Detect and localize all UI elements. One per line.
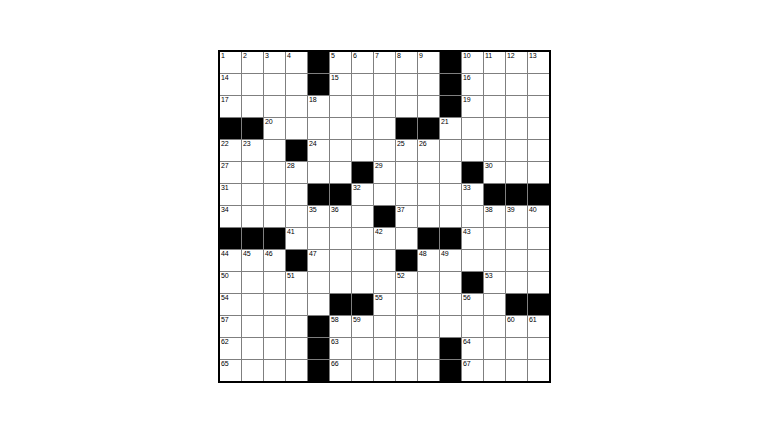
grid-cell[interactable]: 4 <box>286 52 307 73</box>
grid-cell[interactable]: 58 <box>330 316 351 337</box>
grid-cell[interactable] <box>286 360 307 381</box>
grid-cell[interactable] <box>374 74 395 95</box>
grid-cell[interactable] <box>462 206 483 227</box>
grid-cell[interactable]: 55 <box>374 294 395 315</box>
grid-cell[interactable]: 2 <box>242 52 263 73</box>
grid-cell[interactable]: 3 <box>264 52 285 73</box>
black-square <box>440 360 461 381</box>
clue-number: 24 <box>309 140 316 148</box>
grid-cell[interactable]: 37 <box>396 206 417 227</box>
grid-cell[interactable]: 8 <box>396 52 417 73</box>
black-square <box>286 140 307 161</box>
black-square <box>506 294 527 315</box>
grid-cell[interactable] <box>462 118 483 139</box>
black-square <box>462 162 483 183</box>
clue-number: 18 <box>309 96 316 104</box>
grid-cell[interactable]: 26 <box>418 140 439 161</box>
grid-cell[interactable] <box>242 184 263 205</box>
grid-cell[interactable]: 11 <box>484 52 505 73</box>
grid-cell[interactable] <box>264 140 285 161</box>
grid-cell[interactable] <box>374 118 395 139</box>
grid-cell[interactable] <box>264 74 285 95</box>
grid-cell[interactable]: 18 <box>308 96 329 117</box>
grid-cell[interactable] <box>374 272 395 293</box>
grid-cell[interactable]: 30 <box>484 162 505 183</box>
black-square <box>308 338 329 359</box>
clue-number: 22 <box>221 140 228 148</box>
clue-number: 57 <box>221 316 228 324</box>
grid-cell[interactable] <box>506 96 527 117</box>
black-square <box>418 118 439 139</box>
grid-cell[interactable]: 35 <box>308 206 329 227</box>
grid-cell[interactable]: 63 <box>330 338 351 359</box>
clue-number: 2 <box>243 52 247 60</box>
grid-cell[interactable]: 17 <box>220 96 241 117</box>
clue-number: 26 <box>419 140 426 148</box>
grid-cell[interactable]: 12 <box>506 52 527 73</box>
clue-number: 30 <box>485 162 492 170</box>
grid-cell[interactable] <box>418 338 439 359</box>
grid-cell[interactable]: 67 <box>462 360 483 381</box>
grid-cell[interactable] <box>462 316 483 337</box>
grid-cell[interactable]: 60 <box>506 316 527 337</box>
grid-cell[interactable] <box>242 360 263 381</box>
clue-number: 29 <box>375 162 382 170</box>
clue-number: 54 <box>221 294 228 302</box>
grid-cell[interactable] <box>440 140 461 161</box>
grid-cell[interactable] <box>418 184 439 205</box>
grid-cell[interactable] <box>462 140 483 161</box>
clue-number: 5 <box>331 52 335 60</box>
grid-cell[interactable] <box>528 74 549 95</box>
black-square <box>396 250 417 271</box>
grid-cell[interactable] <box>242 74 263 95</box>
grid-cell[interactable] <box>462 250 483 271</box>
grid-cell[interactable]: 47 <box>308 250 329 271</box>
grid-cell[interactable] <box>264 206 285 227</box>
grid-cell[interactable] <box>484 118 505 139</box>
grid-cell[interactable] <box>418 96 439 117</box>
grid-cell[interactable] <box>506 360 527 381</box>
grid-cell[interactable] <box>352 74 373 95</box>
grid-cell[interactable] <box>264 272 285 293</box>
black-square <box>440 96 461 117</box>
clue-number: 62 <box>221 338 228 346</box>
grid-cell[interactable] <box>484 250 505 271</box>
clue-number: 32 <box>353 184 360 192</box>
grid-cell[interactable] <box>396 228 417 249</box>
grid-cell[interactable]: 50 <box>220 272 241 293</box>
grid-cell[interactable] <box>396 338 417 359</box>
grid-cell[interactable]: 39 <box>506 206 527 227</box>
clue-number: 1 <box>221 52 225 60</box>
clue-number: 65 <box>221 360 228 368</box>
grid-cell[interactable]: 24 <box>308 140 329 161</box>
grid-cell[interactable] <box>484 96 505 117</box>
grid-cell[interactable]: 9 <box>418 52 439 73</box>
clue-number: 43 <box>463 228 470 236</box>
grid-cell[interactable] <box>528 118 549 139</box>
clue-number: 45 <box>243 250 250 258</box>
grid-cell[interactable]: 27 <box>220 162 241 183</box>
grid-cell[interactable] <box>528 96 549 117</box>
grid-cell[interactable] <box>484 294 505 315</box>
grid-cell[interactable] <box>418 206 439 227</box>
grid-cell[interactable] <box>264 96 285 117</box>
page: 1234567891011121314151617181920212223242… <box>0 0 768 432</box>
clue-number: 53 <box>485 272 492 280</box>
grid-cell[interactable] <box>308 272 329 293</box>
grid-cell[interactable] <box>506 74 527 95</box>
grid-cell[interactable] <box>264 316 285 337</box>
grid-cell[interactable] <box>264 184 285 205</box>
grid-cell[interactable] <box>374 96 395 117</box>
clue-number: 33 <box>463 184 470 192</box>
black-square <box>418 228 439 249</box>
grid-cell[interactable] <box>484 316 505 337</box>
black-square <box>308 184 329 205</box>
clue-number: 37 <box>397 206 404 214</box>
black-square <box>330 184 351 205</box>
grid-cell[interactable]: 42 <box>374 228 395 249</box>
grid-cell[interactable]: 45 <box>242 250 263 271</box>
clue-number: 48 <box>419 250 426 258</box>
grid-cell[interactable] <box>352 360 373 381</box>
black-square <box>440 52 461 73</box>
black-square <box>308 360 329 381</box>
grid-cell[interactable]: 7 <box>374 52 395 73</box>
black-square <box>440 228 461 249</box>
grid-cell[interactable] <box>264 162 285 183</box>
grid-cell[interactable] <box>330 162 351 183</box>
grid-cell[interactable]: 62 <box>220 338 241 359</box>
grid-cell[interactable] <box>242 272 263 293</box>
black-square <box>330 294 351 315</box>
black-square <box>308 316 329 337</box>
grid-cell[interactable]: 6 <box>352 52 373 73</box>
clue-number: 4 <box>287 52 291 60</box>
black-square <box>396 118 417 139</box>
grid-cell[interactable]: 15 <box>330 74 351 95</box>
black-square <box>528 294 549 315</box>
grid-cell[interactable] <box>286 206 307 227</box>
grid-cell[interactable]: 64 <box>462 338 483 359</box>
grid-cell[interactable] <box>374 360 395 381</box>
grid-cell[interactable]: 14 <box>220 74 241 95</box>
grid-cell[interactable]: 44 <box>220 250 241 271</box>
clue-number: 66 <box>331 360 338 368</box>
black-square <box>462 272 483 293</box>
clue-number: 14 <box>221 74 228 82</box>
grid-cell[interactable]: 23 <box>242 140 263 161</box>
grid-cell[interactable]: 66 <box>330 360 351 381</box>
black-square <box>440 338 461 359</box>
grid-cell[interactable]: 19 <box>462 96 483 117</box>
grid-cell[interactable] <box>440 184 461 205</box>
clue-number: 51 <box>287 272 294 280</box>
grid-cell[interactable] <box>484 228 505 249</box>
crossword-grid: 1234567891011121314151617181920212223242… <box>218 50 551 383</box>
grid-cell[interactable] <box>264 360 285 381</box>
clue-number: 47 <box>309 250 316 258</box>
grid-cell[interactable] <box>396 74 417 95</box>
grid-cell[interactable] <box>528 250 549 271</box>
clue-number: 8 <box>397 52 401 60</box>
grid-cell[interactable] <box>242 206 263 227</box>
grid-cell[interactable] <box>242 316 263 337</box>
grid-cell[interactable] <box>418 316 439 337</box>
grid-cell[interactable] <box>396 294 417 315</box>
grid-cell[interactable] <box>286 74 307 95</box>
grid-cell[interactable] <box>528 272 549 293</box>
grid-cell[interactable] <box>374 140 395 161</box>
grid-cell[interactable] <box>242 294 263 315</box>
grid-cell[interactable]: 22 <box>220 140 241 161</box>
grid-cell[interactable]: 46 <box>264 250 285 271</box>
clue-number: 3 <box>265 52 269 60</box>
black-square <box>506 184 527 205</box>
grid-cell[interactable] <box>440 162 461 183</box>
grid-cell[interactable]: 43 <box>462 228 483 249</box>
grid-cell[interactable] <box>330 228 351 249</box>
clue-number: 64 <box>463 338 470 346</box>
grid-cell[interactable] <box>418 162 439 183</box>
clue-number: 50 <box>221 272 228 280</box>
grid-cell[interactable] <box>506 272 527 293</box>
clue-number: 61 <box>529 316 536 324</box>
grid-cell[interactable] <box>440 206 461 227</box>
grid-cell[interactable]: 61 <box>528 316 549 337</box>
grid-cell[interactable] <box>506 162 527 183</box>
grid-cell[interactable] <box>396 184 417 205</box>
grid-cell[interactable] <box>264 338 285 359</box>
grid-cell[interactable] <box>286 96 307 117</box>
clue-number: 41 <box>287 228 294 236</box>
grid-cell[interactable] <box>330 272 351 293</box>
grid-cell[interactable]: 16 <box>462 74 483 95</box>
black-square <box>352 294 373 315</box>
grid-cell[interactable] <box>418 272 439 293</box>
grid-cell[interactable]: 5 <box>330 52 351 73</box>
grid-cell[interactable] <box>396 96 417 117</box>
grid-cell[interactable] <box>242 338 263 359</box>
grid-cell[interactable]: 51 <box>286 272 307 293</box>
clue-number: 7 <box>375 52 379 60</box>
black-square <box>220 118 241 139</box>
clue-number: 49 <box>441 250 448 258</box>
clue-number: 31 <box>221 184 228 192</box>
grid-cell[interactable] <box>528 360 549 381</box>
grid-cell[interactable]: 33 <box>462 184 483 205</box>
grid-cell[interactable] <box>374 250 395 271</box>
black-square <box>242 228 263 249</box>
grid-cell[interactable] <box>352 228 373 249</box>
clue-number: 27 <box>221 162 228 170</box>
grid-cell[interactable] <box>528 162 549 183</box>
clue-number: 15 <box>331 74 338 82</box>
clue-number: 21 <box>441 118 448 126</box>
grid-cell[interactable] <box>352 272 373 293</box>
grid-cell[interactable] <box>484 74 505 95</box>
grid-cell[interactable] <box>506 140 527 161</box>
black-square <box>220 228 241 249</box>
clue-number: 16 <box>463 74 470 82</box>
grid-cell[interactable] <box>352 118 373 139</box>
grid-cell[interactable]: 20 <box>264 118 285 139</box>
grid-cell[interactable] <box>352 250 373 271</box>
clue-number: 60 <box>507 316 514 324</box>
clue-number: 55 <box>375 294 382 302</box>
grid-cell[interactable]: 10 <box>462 52 483 73</box>
grid-cell[interactable] <box>484 338 505 359</box>
grid-cell[interactable]: 53 <box>484 272 505 293</box>
grid-cell[interactable]: 28 <box>286 162 307 183</box>
grid-cell[interactable] <box>528 140 549 161</box>
grid-cell[interactable]: 36 <box>330 206 351 227</box>
black-square <box>286 250 307 271</box>
grid-cell[interactable] <box>374 338 395 359</box>
clue-number: 38 <box>485 206 492 214</box>
grid-cell[interactable]: 54 <box>220 294 241 315</box>
black-square <box>528 184 549 205</box>
grid-cell[interactable] <box>242 162 263 183</box>
grid-cell[interactable]: 52 <box>396 272 417 293</box>
black-square <box>242 118 263 139</box>
grid-cell[interactable] <box>484 140 505 161</box>
black-square <box>352 162 373 183</box>
black-square <box>308 74 329 95</box>
clue-number: 25 <box>397 140 404 148</box>
black-square <box>440 74 461 95</box>
grid-cell[interactable] <box>506 338 527 359</box>
grid-cell[interactable]: 59 <box>352 316 373 337</box>
grid-cell[interactable] <box>352 206 373 227</box>
grid-cell[interactable] <box>352 338 373 359</box>
grid-cell[interactable] <box>418 74 439 95</box>
grid-cell[interactable] <box>506 250 527 271</box>
grid-cell[interactable] <box>330 250 351 271</box>
grid-cell[interactable] <box>396 316 417 337</box>
grid-cell[interactable]: 40 <box>528 206 549 227</box>
grid-cell[interactable]: 38 <box>484 206 505 227</box>
grid-cell[interactable]: 21 <box>440 118 461 139</box>
black-square <box>374 206 395 227</box>
grid-cell[interactable] <box>242 96 263 117</box>
clue-number: 20 <box>265 118 272 126</box>
clue-number: 17 <box>221 96 228 104</box>
grid-cell[interactable] <box>484 360 505 381</box>
grid-cell[interactable] <box>308 228 329 249</box>
grid-cell[interactable] <box>286 184 307 205</box>
grid-cell[interactable] <box>330 140 351 161</box>
grid-cell[interactable] <box>528 338 549 359</box>
grid-cell[interactable] <box>396 360 417 381</box>
clue-number: 59 <box>353 316 360 324</box>
grid-cell[interactable]: 13 <box>528 52 549 73</box>
grid-cell[interactable] <box>374 316 395 337</box>
grid-cell[interactable]: 1 <box>220 52 241 73</box>
grid-cell[interactable] <box>264 294 285 315</box>
black-square <box>264 228 285 249</box>
clue-number: 13 <box>529 52 536 60</box>
grid-cell[interactable]: 25 <box>396 140 417 161</box>
clue-number: 35 <box>309 206 316 214</box>
clue-number: 34 <box>221 206 228 214</box>
black-square <box>308 52 329 73</box>
grid-cell[interactable]: 48 <box>418 250 439 271</box>
grid-cell[interactable] <box>440 294 461 315</box>
grid-cell[interactable]: 65 <box>220 360 241 381</box>
grid-cell[interactable]: 41 <box>286 228 307 249</box>
grid-cell[interactable]: 32 <box>352 184 373 205</box>
grid-cell[interactable] <box>330 96 351 117</box>
black-square <box>484 184 505 205</box>
grid-cell[interactable] <box>286 118 307 139</box>
grid-cell[interactable] <box>374 184 395 205</box>
grid-cell[interactable] <box>506 228 527 249</box>
grid-cell[interactable] <box>308 162 329 183</box>
clue-number: 11 <box>485 52 492 60</box>
grid-cell[interactable]: 31 <box>220 184 241 205</box>
clue-number: 67 <box>463 360 470 368</box>
grid-cell[interactable] <box>440 272 461 293</box>
grid-cell[interactable] <box>396 162 417 183</box>
grid-cell[interactable]: 57 <box>220 316 241 337</box>
clue-number: 52 <box>397 272 404 280</box>
clue-number: 58 <box>331 316 338 324</box>
grid-cell[interactable] <box>440 316 461 337</box>
grid-cell[interactable]: 49 <box>440 250 461 271</box>
clue-number: 36 <box>331 206 338 214</box>
clue-number: 44 <box>221 250 228 258</box>
grid-cell[interactable]: 29 <box>374 162 395 183</box>
grid-cell[interactable] <box>506 118 527 139</box>
clue-number: 10 <box>463 52 470 60</box>
grid-cell[interactable] <box>528 228 549 249</box>
grid-cell[interactable] <box>418 294 439 315</box>
grid-cell[interactable] <box>330 118 351 139</box>
clue-number: 12 <box>507 52 514 60</box>
grid-cell[interactable] <box>418 360 439 381</box>
grid-cell[interactable] <box>308 118 329 139</box>
clue-number: 46 <box>265 250 272 258</box>
clue-number: 63 <box>331 338 338 346</box>
clue-number: 23 <box>243 140 250 148</box>
grid-cell[interactable] <box>286 294 307 315</box>
clue-number: 39 <box>507 206 514 214</box>
clue-number: 28 <box>287 162 294 170</box>
grid-cell[interactable] <box>286 316 307 337</box>
clue-number: 42 <box>375 228 382 236</box>
clue-number: 56 <box>463 294 470 302</box>
grid-cell[interactable] <box>352 140 373 161</box>
grid-cell[interactable]: 56 <box>462 294 483 315</box>
clue-number: 40 <box>529 206 536 214</box>
grid-cell[interactable]: 34 <box>220 206 241 227</box>
clue-number: 19 <box>463 96 470 104</box>
clue-number: 6 <box>353 52 357 60</box>
clue-number: 9 <box>419 52 423 60</box>
grid-cell[interactable] <box>286 338 307 359</box>
grid-cell[interactable] <box>352 96 373 117</box>
grid-cell[interactable] <box>308 294 329 315</box>
